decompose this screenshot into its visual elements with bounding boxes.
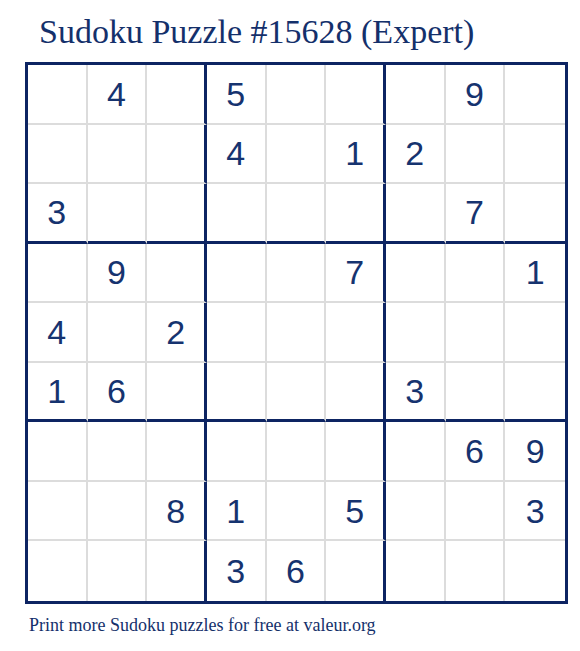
sudoku-cell-r7c4 xyxy=(207,422,267,482)
sudoku-cell-r6c3 xyxy=(147,363,207,423)
sudoku-board: 459412379714216369815336 xyxy=(25,62,568,604)
sudoku-cell-r8c4: 1 xyxy=(207,482,267,542)
sudoku-cell-r2c9 xyxy=(505,125,565,185)
sudoku-cell-r3c5 xyxy=(267,184,327,244)
sudoku-cell-r3c9 xyxy=(505,184,565,244)
sudoku-cell-r9c9 xyxy=(505,541,565,601)
sudoku-cell-r6c2: 6 xyxy=(88,363,148,423)
sudoku-cell-r2c2 xyxy=(88,125,148,185)
sudoku-cell-r4c8 xyxy=(446,244,506,304)
sudoku-cell-r1c4: 5 xyxy=(207,65,267,125)
sudoku-cell-r4c3 xyxy=(147,244,207,304)
sudoku-cell-r4c9: 1 xyxy=(505,244,565,304)
sudoku-cell-r5c7 xyxy=(386,303,446,363)
sudoku-cell-r5c6 xyxy=(326,303,386,363)
footer-text: Print more Sudoku puzzles for free at va… xyxy=(29,615,376,636)
sudoku-cell-r9c8 xyxy=(446,541,506,601)
sudoku-cell-r4c4 xyxy=(207,244,267,304)
sudoku-cell-r1c3 xyxy=(147,65,207,125)
sudoku-cell-r9c2 xyxy=(88,541,148,601)
sudoku-cell-r2c6: 1 xyxy=(326,125,386,185)
sudoku-cell-r3c2 xyxy=(88,184,148,244)
sudoku-cell-r7c2 xyxy=(88,422,148,482)
sudoku-cell-r9c4: 3 xyxy=(207,541,267,601)
sudoku-cell-r1c9 xyxy=(505,65,565,125)
sudoku-cell-r5c2 xyxy=(88,303,148,363)
sudoku-cell-r2c3 xyxy=(147,125,207,185)
sudoku-cell-r5c8 xyxy=(446,303,506,363)
sudoku-cell-r2c8 xyxy=(446,125,506,185)
sudoku-cell-r5c4 xyxy=(207,303,267,363)
sudoku-cell-r2c4: 4 xyxy=(207,125,267,185)
sudoku-cell-r8c1 xyxy=(28,482,88,542)
sudoku-cell-r7c5 xyxy=(267,422,327,482)
sudoku-cell-r7c3 xyxy=(147,422,207,482)
sudoku-cell-r1c5 xyxy=(267,65,327,125)
sudoku-cell-r2c5 xyxy=(267,125,327,185)
sudoku-cell-r6c7: 3 xyxy=(386,363,446,423)
sudoku-cell-r6c1: 1 xyxy=(28,363,88,423)
sudoku-cell-r6c6 xyxy=(326,363,386,423)
sudoku-cell-r4c7 xyxy=(386,244,446,304)
sudoku-cell-r8c2 xyxy=(88,482,148,542)
sudoku-cell-r9c7 xyxy=(386,541,446,601)
sudoku-cell-r8c5 xyxy=(267,482,327,542)
sudoku-cell-r8c7 xyxy=(386,482,446,542)
sudoku-cell-r7c8: 6 xyxy=(446,422,506,482)
sudoku-cell-r4c2: 9 xyxy=(88,244,148,304)
sudoku-cell-r6c9 xyxy=(505,363,565,423)
sudoku-cell-r7c1 xyxy=(28,422,88,482)
sudoku-cell-r9c6 xyxy=(326,541,386,601)
sudoku-cell-r6c8 xyxy=(446,363,506,423)
sudoku-cell-r4c5 xyxy=(267,244,327,304)
sudoku-cell-r1c8: 9 xyxy=(446,65,506,125)
sudoku-cell-r1c1 xyxy=(28,65,88,125)
sudoku-cell-r9c3 xyxy=(147,541,207,601)
sudoku-cell-r9c1 xyxy=(28,541,88,601)
sudoku-cell-r1c2: 4 xyxy=(88,65,148,125)
sudoku-cell-r5c1: 4 xyxy=(28,303,88,363)
page-title: Sudoku Puzzle #15628 (Expert) xyxy=(39,13,474,50)
sudoku-cell-r4c6: 7 xyxy=(326,244,386,304)
sudoku-cell-r5c5 xyxy=(267,303,327,363)
sudoku-cell-r8c9: 3 xyxy=(505,482,565,542)
sudoku-cell-r1c6 xyxy=(326,65,386,125)
sudoku-cell-r5c9 xyxy=(505,303,565,363)
sudoku-cell-r7c9: 9 xyxy=(505,422,565,482)
sudoku-cell-r3c3 xyxy=(147,184,207,244)
sudoku-cell-r8c6: 5 xyxy=(326,482,386,542)
sudoku-cell-r5c3: 2 xyxy=(147,303,207,363)
sudoku-cell-r1c7 xyxy=(386,65,446,125)
sudoku-cell-r3c8: 7 xyxy=(446,184,506,244)
sudoku-cell-r7c6 xyxy=(326,422,386,482)
sudoku-cell-r6c4 xyxy=(207,363,267,423)
sudoku-cell-r2c1 xyxy=(28,125,88,185)
sudoku-cell-r4c1 xyxy=(28,244,88,304)
sudoku-cell-r3c6 xyxy=(326,184,386,244)
sudoku-cell-r8c3: 8 xyxy=(147,482,207,542)
sudoku-cell-r3c4 xyxy=(207,184,267,244)
sudoku-cell-r6c5 xyxy=(267,363,327,423)
sudoku-cell-r9c5: 6 xyxy=(267,541,327,601)
sudoku-cell-r8c8 xyxy=(446,482,506,542)
sudoku-cell-r3c7 xyxy=(386,184,446,244)
sudoku-cell-r7c7 xyxy=(386,422,446,482)
sudoku-cell-r3c1: 3 xyxy=(28,184,88,244)
sudoku-cell-r2c7: 2 xyxy=(386,125,446,185)
